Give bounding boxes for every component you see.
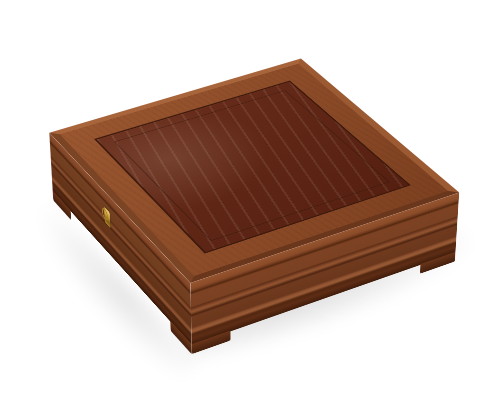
- box-foot: [170, 321, 191, 355]
- box-foot: [192, 331, 231, 355]
- chess-box: [49, 58, 459, 283]
- perspective-container: [0, 0, 500, 400]
- box-foot: [53, 191, 71, 220]
- chess-board: [115, 91, 388, 240]
- box-foot: [420, 252, 456, 274]
- brass-latch-icon: [104, 206, 111, 228]
- product-photo-scene: [0, 0, 500, 400]
